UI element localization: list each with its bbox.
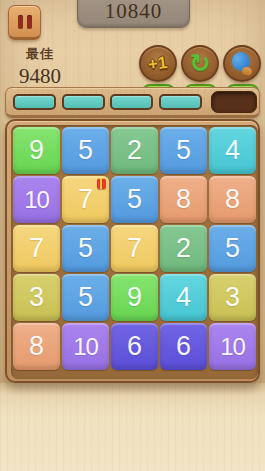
globe-icon: [223, 45, 261, 82]
tile-value: 7: [29, 233, 44, 264]
tile-value: 3: [29, 282, 44, 313]
tile-value: 2: [127, 135, 142, 166]
progress-segment-filled: [110, 94, 153, 110]
tile-value: 6: [176, 331, 191, 362]
tile-value: 3: [225, 282, 240, 313]
tile-value: 4: [225, 135, 240, 166]
plus-one-glyph: +1: [147, 52, 169, 75]
tile-r2c2[interactable]: 7: [62, 176, 109, 223]
score-value: 10840: [105, 0, 163, 24]
tile-r5c5[interactable]: 10: [209, 323, 256, 370]
tile-r4c5[interactable]: 3: [209, 274, 256, 321]
tile-value: 5: [78, 233, 93, 264]
pause-icon: [18, 15, 23, 29]
tile-grid: 9525410758875725359438106610: [11, 125, 258, 379]
tile-r4c4[interactable]: 4: [160, 274, 207, 321]
tile-value: 7: [127, 233, 142, 264]
tile-r3c5[interactable]: 5: [209, 225, 256, 272]
tile-r3c4[interactable]: 2: [160, 225, 207, 272]
tile-r3c2[interactable]: 5: [62, 225, 109, 272]
tile-r5c3[interactable]: 6: [111, 323, 158, 370]
tile-value: 10: [24, 186, 49, 214]
tile-r1c4[interactable]: 5: [160, 127, 207, 174]
wood-floor-background: [0, 383, 265, 471]
globe-base: [241, 65, 253, 76]
pause-button[interactable]: [8, 5, 41, 40]
tile-r2c3[interactable]: 5: [111, 176, 158, 223]
plus-one-icon: +1: [139, 45, 177, 82]
tile-r5c1[interactable]: 8: [13, 323, 60, 370]
tile-r2c4[interactable]: 8: [160, 176, 207, 223]
progress-bar: [5, 87, 260, 118]
tile-r3c1[interactable]: 7: [13, 225, 60, 272]
tile-value: 8: [225, 184, 240, 215]
tile-r1c5[interactable]: 4: [209, 127, 256, 174]
tile-r4c3[interactable]: 9: [111, 274, 158, 321]
best-label: 最佳: [2, 45, 78, 63]
game-screen: 10840 最佳 9480 +1 1 ↻ 1 1: [0, 0, 265, 471]
tile-r5c2[interactable]: 10: [62, 323, 109, 370]
tile-value: 10: [73, 333, 98, 361]
tile-value: 10: [220, 333, 245, 361]
tile-value: 8: [176, 184, 191, 215]
progress-segment-empty: [211, 91, 257, 113]
tile-r3c3[interactable]: 7: [111, 225, 158, 272]
tile-value: 9: [127, 282, 142, 313]
tile-value: 2: [176, 233, 191, 264]
progress-segment-filled: [159, 94, 202, 110]
best-score-box: 最佳 9480: [2, 45, 78, 89]
tile-r4c1[interactable]: 3: [13, 274, 60, 321]
progress-segment-filled: [13, 94, 56, 110]
globe-shape: [230, 52, 254, 76]
tile-r2c1[interactable]: 10: [13, 176, 60, 223]
tile-r1c3[interactable]: 2: [111, 127, 158, 174]
tile-r4c2[interactable]: 5: [62, 274, 109, 321]
tile-value: 8: [29, 331, 44, 362]
tile-value: 5: [127, 184, 142, 215]
tile-value: 5: [176, 135, 191, 166]
tile-r1c2[interactable]: 5: [62, 127, 109, 174]
shuffle-glyph: ↻: [190, 51, 211, 76]
tile-value: 4: [176, 282, 191, 313]
progress-segment-filled: [62, 94, 105, 110]
tile-value: 7: [78, 184, 93, 215]
gift-icon: [97, 178, 106, 189]
tile-r1c1[interactable]: 9: [13, 127, 60, 174]
tile-value: 5: [225, 233, 240, 264]
score-plank: 10840: [77, 0, 190, 28]
tile-value: 9: [29, 135, 44, 166]
best-score-value: 9480: [2, 64, 78, 89]
tile-value: 5: [78, 135, 93, 166]
tile-r2c5[interactable]: 8: [209, 176, 256, 223]
tile-value: 6: [127, 331, 142, 362]
board-frame: 9525410758875725359438106610: [5, 119, 260, 383]
tile-r5c4[interactable]: 6: [160, 323, 207, 370]
shuffle-icon: ↻: [181, 45, 219, 82]
pause-icon: [27, 15, 32, 29]
tile-value: 5: [78, 282, 93, 313]
